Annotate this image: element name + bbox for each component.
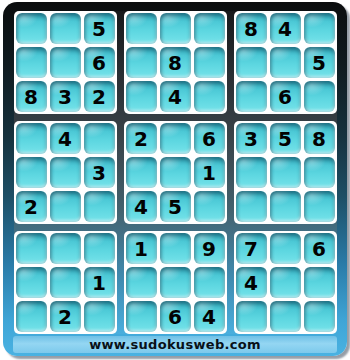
given-digit: 4	[244, 272, 258, 293]
given-digit: 6	[168, 306, 182, 327]
cell-r4c9[interactable]: 8	[304, 123, 335, 154]
cell-r1c9[interactable]	[304, 13, 335, 44]
cell-r6c7[interactable]	[236, 191, 267, 222]
cell-r1c1[interactable]	[16, 13, 47, 44]
given-digit: 4	[58, 128, 72, 149]
cell-r5c7[interactable]	[236, 157, 267, 188]
cell-r9c1[interactable]	[16, 301, 47, 332]
cell-r8c7[interactable]: 4	[236, 267, 267, 298]
given-digit: 9	[202, 238, 216, 259]
cell-r8c5[interactable]	[160, 267, 191, 298]
cell-r2c2[interactable]	[50, 47, 81, 78]
cell-r6c8[interactable]	[270, 191, 301, 222]
footer-bar: www.sudokusweb.com	[13, 336, 337, 353]
cell-r3c4[interactable]	[126, 81, 157, 112]
cell-r8c3[interactable]: 1	[84, 267, 115, 298]
board-frame: 5683284845643226145358121964764 www.sudo…	[3, 2, 347, 356]
cell-r9c3[interactable]	[84, 301, 115, 332]
given-digit: 8	[312, 128, 326, 149]
cell-r9c6[interactable]: 4	[194, 301, 225, 332]
box-1-2: 84	[124, 11, 227, 114]
cell-r4c5[interactable]	[160, 123, 191, 154]
given-digit: 5	[278, 128, 292, 149]
cell-r5c2[interactable]	[50, 157, 81, 188]
given-digit: 1	[92, 272, 106, 293]
cell-r5c3[interactable]: 3	[84, 157, 115, 188]
box-3-3: 764	[234, 231, 337, 334]
cell-r7c5[interactable]	[160, 233, 191, 264]
given-digit: 5	[92, 18, 106, 39]
cell-r7c6[interactable]: 9	[194, 233, 225, 264]
cell-r1c2[interactable]	[50, 13, 81, 44]
cell-r1c7[interactable]: 8	[236, 13, 267, 44]
given-digit: 2	[92, 86, 106, 107]
given-digit: 4	[278, 18, 292, 39]
cell-r2c1[interactable]	[16, 47, 47, 78]
cell-r3c3[interactable]: 2	[84, 81, 115, 112]
cell-r7c1[interactable]	[16, 233, 47, 264]
cell-r7c3[interactable]	[84, 233, 115, 264]
cell-r8c1[interactable]	[16, 267, 47, 298]
given-digit: 6	[278, 86, 292, 107]
cell-r6c9[interactable]	[304, 191, 335, 222]
cell-r7c8[interactable]	[270, 233, 301, 264]
given-digit: 8	[168, 52, 182, 73]
cell-r3c6[interactable]	[194, 81, 225, 112]
sudoku-board: 5683284845643226145358121964764	[14, 11, 337, 334]
given-digit: 8	[24, 86, 38, 107]
cell-r5c4[interactable]	[126, 157, 157, 188]
cell-r6c2[interactable]	[50, 191, 81, 222]
website-link[interactable]: www.sudokusweb.com	[89, 338, 261, 351]
given-digit: 5	[312, 52, 326, 73]
cell-r2c9[interactable]: 5	[304, 47, 335, 78]
given-digit: 4	[202, 306, 216, 327]
box-3-1: 12	[14, 231, 117, 334]
cell-r6c3[interactable]	[84, 191, 115, 222]
given-digit: 6	[202, 128, 216, 149]
cell-r7c9[interactable]: 6	[304, 233, 335, 264]
cell-r5c5[interactable]	[160, 157, 191, 188]
cell-r3c5[interactable]: 4	[160, 81, 191, 112]
given-digit: 1	[134, 238, 148, 259]
cell-r9c4[interactable]	[126, 301, 157, 332]
cell-r2c8[interactable]	[270, 47, 301, 78]
box-2-1: 432	[14, 121, 117, 224]
cell-r2c6[interactable]	[194, 47, 225, 78]
cell-r4c8[interactable]: 5	[270, 123, 301, 154]
given-digit: 2	[134, 128, 148, 149]
box-1-1: 56832	[14, 11, 117, 114]
given-digit: 6	[92, 52, 106, 73]
cell-r4c6[interactable]: 6	[194, 123, 225, 154]
cell-r5c6[interactable]: 1	[194, 157, 225, 188]
cell-r6c4[interactable]: 4	[126, 191, 157, 222]
given-digit: 7	[244, 238, 258, 259]
cell-r6c1[interactable]: 2	[16, 191, 47, 222]
cell-r8c2[interactable]	[50, 267, 81, 298]
given-digit: 8	[244, 18, 258, 39]
given-digit: 2	[24, 196, 38, 217]
given-digit: 3	[92, 162, 106, 183]
cell-r5c1[interactable]	[16, 157, 47, 188]
box-3-2: 1964	[124, 231, 227, 334]
cell-r4c1[interactable]	[16, 123, 47, 154]
cell-r3c8[interactable]: 6	[270, 81, 301, 112]
cell-r4c7[interactable]: 3	[236, 123, 267, 154]
cell-r4c4[interactable]: 2	[126, 123, 157, 154]
cell-r1c4[interactable]	[126, 13, 157, 44]
cell-r1c5[interactable]	[160, 13, 191, 44]
given-digit: 4	[168, 86, 182, 107]
cell-r6c6[interactable]	[194, 191, 225, 222]
cell-r1c6[interactable]	[194, 13, 225, 44]
given-digit: 4	[134, 196, 148, 217]
cell-r5c9[interactable]	[304, 157, 335, 188]
cell-r7c4[interactable]: 1	[126, 233, 157, 264]
cell-r5c8[interactable]	[270, 157, 301, 188]
cell-r2c3[interactable]: 6	[84, 47, 115, 78]
cell-r9c9[interactable]	[304, 301, 335, 332]
cell-r9c7[interactable]	[236, 301, 267, 332]
cell-r1c8[interactable]: 4	[270, 13, 301, 44]
cell-r3c1[interactable]: 8	[16, 81, 47, 112]
cell-r2c7[interactable]	[236, 47, 267, 78]
given-digit: 6	[312, 238, 326, 259]
cell-r1c3[interactable]: 5	[84, 13, 115, 44]
cell-r3c2[interactable]: 3	[50, 81, 81, 112]
cell-r9c2[interactable]: 2	[50, 301, 81, 332]
cell-r9c8[interactable]	[270, 301, 301, 332]
given-digit: 5	[168, 196, 182, 217]
box-2-3: 358	[234, 121, 337, 224]
cell-r2c5[interactable]: 8	[160, 47, 191, 78]
cell-r2c4[interactable]	[126, 47, 157, 78]
box-1-3: 8456	[234, 11, 337, 114]
cell-r8c4[interactable]	[126, 267, 157, 298]
cell-r9c5[interactable]: 6	[160, 301, 191, 332]
given-digit: 1	[202, 162, 216, 183]
given-digit: 3	[58, 86, 72, 107]
cell-r4c3[interactable]	[84, 123, 115, 154]
given-digit: 2	[58, 306, 72, 327]
cell-r8c6[interactable]	[194, 267, 225, 298]
cell-r3c7[interactable]	[236, 81, 267, 112]
cell-r8c8[interactable]	[270, 267, 301, 298]
cell-r4c2[interactable]: 4	[50, 123, 81, 154]
cell-r7c2[interactable]	[50, 233, 81, 264]
cell-r7c7[interactable]: 7	[236, 233, 267, 264]
cell-r6c5[interactable]: 5	[160, 191, 191, 222]
cell-r8c9[interactable]	[304, 267, 335, 298]
cell-r3c9[interactable]	[304, 81, 335, 112]
given-digit: 3	[244, 128, 258, 149]
box-2-2: 26145	[124, 121, 227, 224]
